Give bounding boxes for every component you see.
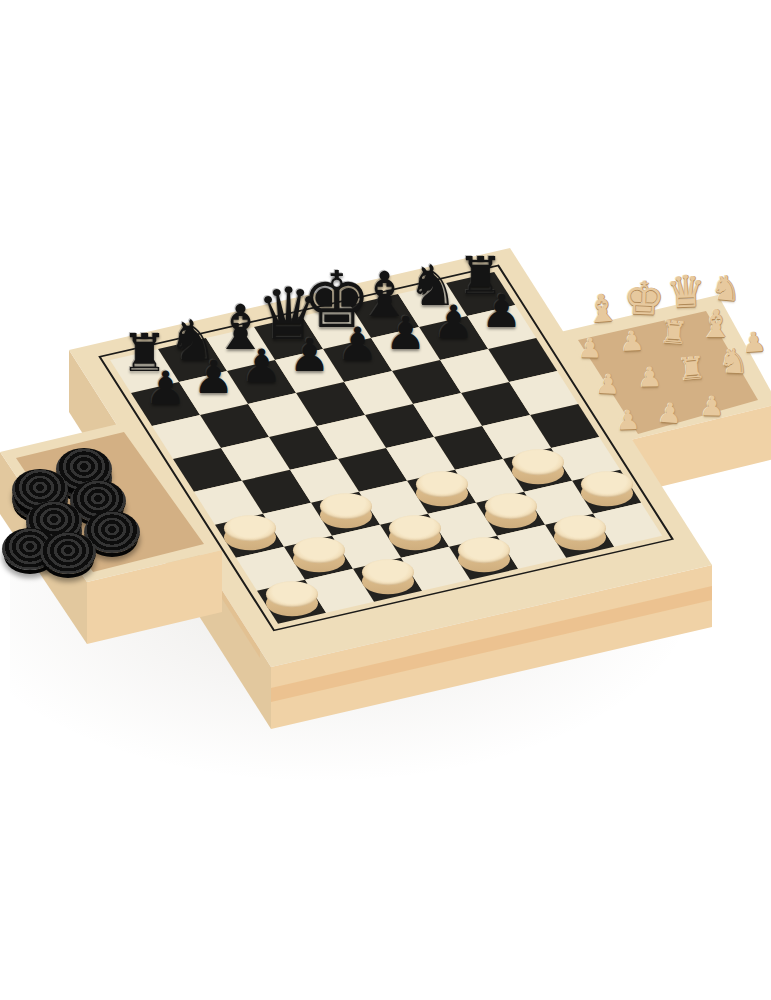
natural-pawn[interactable]: ♟ bbox=[619, 327, 645, 355]
natural-pawn[interactable]: ♟ bbox=[578, 334, 603, 361]
black-pawn[interactable]: ♟ bbox=[289, 332, 330, 378]
natural-rook[interactable]: ♜ bbox=[659, 316, 689, 349]
black-checker[interactable] bbox=[40, 532, 96, 574]
black-pawn[interactable]: ♟ bbox=[337, 321, 378, 367]
natural-knight[interactable]: ♞ bbox=[718, 343, 750, 378]
light-checker[interactable] bbox=[485, 502, 537, 528]
black-pawn[interactable]: ♟ bbox=[241, 343, 282, 389]
light-checker[interactable] bbox=[293, 546, 345, 572]
light-checker[interactable] bbox=[362, 568, 414, 594]
natural-bishop[interactable]: ♝ bbox=[583, 288, 620, 329]
light-checker[interactable] bbox=[581, 480, 633, 506]
light-checker[interactable] bbox=[320, 502, 372, 528]
light-checker[interactable] bbox=[512, 458, 564, 484]
black-pawn[interactable]: ♟ bbox=[481, 288, 522, 334]
light-checker[interactable] bbox=[554, 524, 606, 550]
black-pawn[interactable]: ♟ bbox=[193, 354, 234, 400]
natural-pawn[interactable]: ♟ bbox=[615, 406, 640, 434]
natural-pawn[interactable]: ♟ bbox=[700, 392, 725, 419]
natural-bishop[interactable]: ♝ bbox=[699, 305, 733, 343]
light-checker[interactable] bbox=[224, 524, 276, 550]
light-checker[interactable] bbox=[389, 524, 441, 550]
pieces-layer: ♜♟♞♟♝♟♛♟♚♟♝♟♞♟♜♟♝♚♛♞♟♟♜♝♟♟♟♜♞♟♟♟ bbox=[0, 0, 771, 1000]
light-checker[interactable] bbox=[458, 546, 510, 572]
light-checker[interactable] bbox=[266, 590, 318, 616]
light-checker[interactable] bbox=[416, 480, 468, 506]
natural-knight[interactable]: ♞ bbox=[709, 270, 742, 307]
black-pawn[interactable]: ♟ bbox=[385, 310, 426, 356]
natural-pawn[interactable]: ♟ bbox=[595, 370, 621, 398]
product-photo-scene: ♜♟♞♟♝♟♛♟♚♟♝♟♞♟♜♟♝♚♛♞♟♟♜♝♟♟♟♜♞♟♟♟ bbox=[0, 0, 771, 1000]
natural-king[interactable]: ♚ bbox=[623, 274, 666, 321]
black-pawn[interactable]: ♟ bbox=[433, 299, 474, 345]
natural-pawn[interactable]: ♟ bbox=[657, 398, 683, 427]
black-pawn[interactable]: ♟ bbox=[145, 365, 186, 411]
natural-pawn[interactable]: ♟ bbox=[638, 363, 663, 390]
natural-rook[interactable]: ♜ bbox=[677, 352, 707, 385]
